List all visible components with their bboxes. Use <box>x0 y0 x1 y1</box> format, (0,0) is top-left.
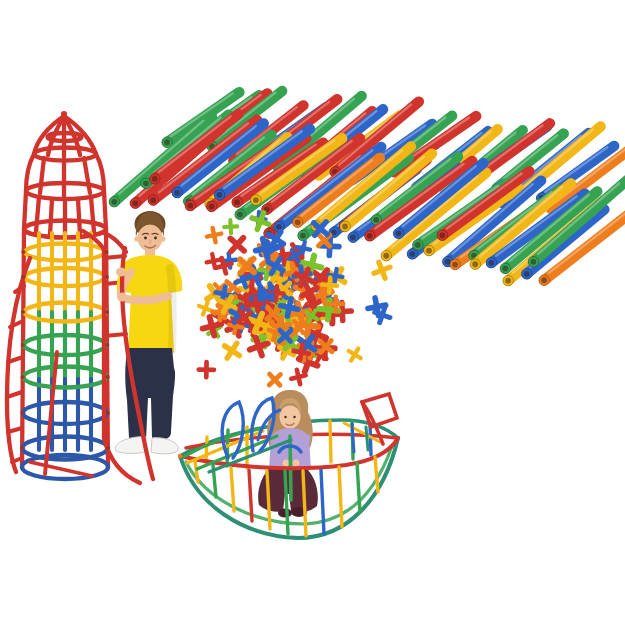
toy-scene <box>0 0 625 625</box>
product-photo-canvas <box>0 0 625 625</box>
cross-connector <box>206 227 223 244</box>
cross-connector <box>199 362 214 377</box>
boy-jeans <box>125 348 175 441</box>
cross-connector <box>224 220 238 234</box>
girl-hand-left <box>283 460 290 467</box>
boy-sneaker-right <box>151 438 178 454</box>
boy-hand-upper <box>116 268 126 277</box>
boy-eye-left <box>144 237 147 240</box>
boy-hand-lower <box>117 293 127 302</box>
boy-sneaker-left <box>115 437 146 454</box>
cross-connector <box>371 259 393 281</box>
connector-pile <box>197 210 394 391</box>
boy-left-arm <box>126 296 168 300</box>
boy-eye-right <box>154 237 157 240</box>
rocket-fin-ladder <box>7 258 30 472</box>
girl-hand-right <box>293 460 300 467</box>
boat-bow-joint <box>178 454 182 458</box>
cross-connector <box>345 345 364 364</box>
tower-vertical-straws <box>39 233 91 450</box>
cross-connector <box>264 369 286 391</box>
cross-connector <box>220 339 244 363</box>
